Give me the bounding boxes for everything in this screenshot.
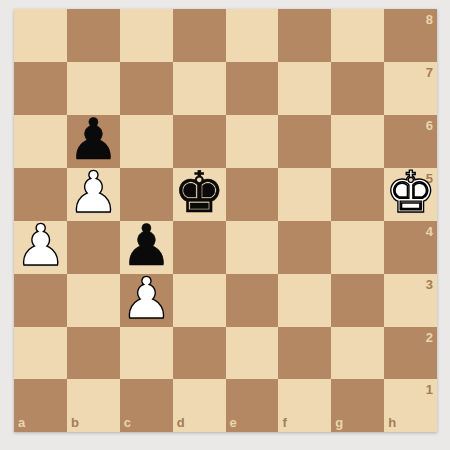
square-d5[interactable]: ♚ (173, 168, 226, 221)
square-a6[interactable] (14, 115, 67, 168)
square-h7[interactable]: 7 (384, 62, 437, 115)
square-c2[interactable] (120, 327, 173, 380)
square-h2[interactable]: 2 (384, 327, 437, 380)
square-g8[interactable] (331, 9, 384, 62)
square-e1[interactable]: e (226, 379, 279, 432)
square-d8[interactable] (173, 9, 226, 62)
square-a2[interactable] (14, 327, 67, 380)
square-h8[interactable]: 8 (384, 9, 437, 62)
square-g1[interactable]: g (331, 379, 384, 432)
square-b8[interactable] (67, 9, 120, 62)
chess-board-container: 87♟6♟♚5♚♟♟4♟32abcdefgh1 (14, 9, 437, 432)
square-f8[interactable] (278, 9, 331, 62)
coord-rank-4: 4 (426, 225, 433, 238)
square-a8[interactable] (14, 9, 67, 62)
square-a7[interactable] (14, 62, 67, 115)
square-f1[interactable]: f (278, 379, 331, 432)
square-e8[interactable] (226, 9, 279, 62)
coord-rank-1: 1 (426, 383, 433, 396)
square-d7[interactable] (173, 62, 226, 115)
square-g4[interactable] (331, 221, 384, 274)
square-c3[interactable]: ♟ (120, 274, 173, 327)
square-f2[interactable] (278, 327, 331, 380)
square-c1[interactable]: c (120, 379, 173, 432)
coord-file-a: a (18, 416, 25, 429)
square-a4[interactable]: ♟ (14, 221, 67, 274)
square-a3[interactable] (14, 274, 67, 327)
square-h5[interactable]: 5♚ (384, 168, 437, 221)
square-h3[interactable]: 3 (384, 274, 437, 327)
coord-file-f: f (282, 416, 286, 429)
square-g3[interactable] (331, 274, 384, 327)
square-g6[interactable] (331, 115, 384, 168)
coord-rank-3: 3 (426, 278, 433, 291)
coord-file-d: d (177, 416, 185, 429)
square-a1[interactable]: a (14, 379, 67, 432)
chess-board: 87♟6♟♚5♚♟♟4♟32abcdefgh1 (14, 9, 437, 432)
white-pawn[interactable]: ♟ (121, 272, 172, 325)
square-d3[interactable] (173, 274, 226, 327)
square-f5[interactable] (278, 168, 331, 221)
square-f4[interactable] (278, 221, 331, 274)
square-b3[interactable] (67, 274, 120, 327)
square-g2[interactable] (331, 327, 384, 380)
square-d4[interactable] (173, 221, 226, 274)
square-g5[interactable] (331, 168, 384, 221)
square-f7[interactable] (278, 62, 331, 115)
square-d1[interactable]: d (173, 379, 226, 432)
square-g7[interactable] (331, 62, 384, 115)
square-b5[interactable]: ♟ (67, 168, 120, 221)
coord-rank-6: 6 (426, 119, 433, 132)
black-king[interactable]: ♚ (174, 166, 225, 219)
coord-rank-2: 2 (426, 331, 433, 344)
square-e4[interactable] (226, 221, 279, 274)
white-pawn[interactable]: ♟ (15, 219, 66, 272)
square-e3[interactable] (226, 274, 279, 327)
coord-file-c: c (124, 416, 131, 429)
coord-file-b: b (71, 416, 79, 429)
white-king[interactable]: ♚ (385, 166, 436, 219)
square-b4[interactable] (67, 221, 120, 274)
square-h4[interactable]: 4 (384, 221, 437, 274)
square-e2[interactable] (226, 327, 279, 380)
square-f3[interactable] (278, 274, 331, 327)
square-c6[interactable] (120, 115, 173, 168)
coord-file-g: g (335, 416, 343, 429)
square-e7[interactable] (226, 62, 279, 115)
coord-rank-7: 7 (426, 66, 433, 79)
coord-file-h: h (388, 416, 396, 429)
square-c7[interactable] (120, 62, 173, 115)
coord-rank-8: 8 (426, 13, 433, 26)
square-c8[interactable] (120, 9, 173, 62)
square-e6[interactable] (226, 115, 279, 168)
square-d2[interactable] (173, 327, 226, 380)
square-f6[interactable] (278, 115, 331, 168)
square-h1[interactable]: h1 (384, 379, 437, 432)
square-b2[interactable] (67, 327, 120, 380)
coord-file-e: e (230, 416, 237, 429)
white-pawn[interactable]: ♟ (68, 166, 119, 219)
square-e5[interactable] (226, 168, 279, 221)
square-b1[interactable]: b (67, 379, 120, 432)
